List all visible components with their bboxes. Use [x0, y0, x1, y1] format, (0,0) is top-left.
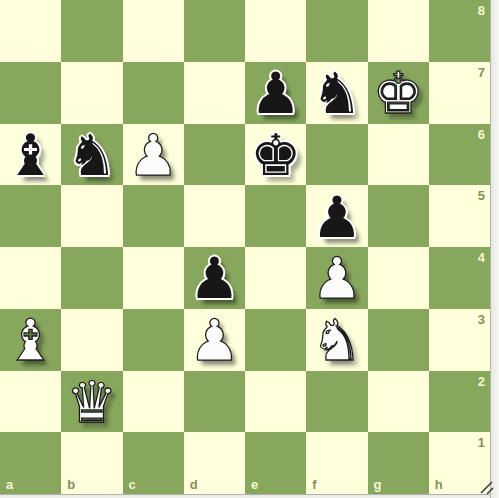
square-h3[interactable]: 3	[429, 309, 490, 371]
chess-app-window: 8♟♞♚7♝♞♟♚6♟5♟♟4♝♟♞3♛2abcdefg1h	[0, 0, 499, 498]
square-e7[interactable]: ♟	[245, 62, 306, 124]
piece-black-pawn[interactable]: ♟	[189, 250, 240, 307]
square-h5[interactable]: 5	[429, 185, 490, 247]
piece-white-pawn[interactable]: ♟	[311, 250, 362, 307]
square-g8[interactable]	[368, 0, 429, 62]
square-f5[interactable]: ♟	[306, 185, 367, 247]
square-d7[interactable]	[184, 62, 245, 124]
square-e8[interactable]	[245, 0, 306, 62]
window-edge-bottom	[0, 494, 490, 498]
square-b7[interactable]	[61, 62, 122, 124]
square-a7[interactable]	[0, 62, 61, 124]
square-c7[interactable]	[123, 62, 184, 124]
window-edge-right	[490, 0, 499, 498]
file-label-h: h	[435, 478, 443, 491]
piece-white-bishop[interactable]: ♝	[5, 312, 56, 369]
square-g1[interactable]: g	[368, 432, 429, 494]
square-c6[interactable]: ♟	[123, 124, 184, 186]
square-f8[interactable]	[306, 0, 367, 62]
piece-black-pawn[interactable]: ♟	[311, 189, 362, 246]
square-g5[interactable]	[368, 185, 429, 247]
square-e3[interactable]	[245, 309, 306, 371]
file-label-c: c	[129, 478, 136, 491]
piece-black-king[interactable]: ♚	[250, 127, 301, 184]
square-d3[interactable]: ♟	[184, 309, 245, 371]
piece-black-bishop[interactable]: ♝	[5, 127, 56, 184]
square-g3[interactable]	[368, 309, 429, 371]
square-e4[interactable]	[245, 247, 306, 309]
square-a3[interactable]: ♝	[0, 309, 61, 371]
square-b4[interactable]	[61, 247, 122, 309]
file-label-d: d	[190, 478, 198, 491]
square-f2[interactable]	[306, 371, 367, 433]
square-b2[interactable]: ♛	[61, 371, 122, 433]
square-a5[interactable]	[0, 185, 61, 247]
square-d5[interactable]	[184, 185, 245, 247]
square-f1[interactable]: f	[306, 432, 367, 494]
square-a1[interactable]: a	[0, 432, 61, 494]
chess-board: 8♟♞♚7♝♞♟♚6♟5♟♟4♝♟♞3♛2abcdefg1h	[0, 0, 490, 494]
rank-label-2: 2	[478, 375, 485, 388]
square-f6[interactable]	[306, 124, 367, 186]
square-f3[interactable]: ♞	[306, 309, 367, 371]
square-a4[interactable]	[0, 247, 61, 309]
piece-black-knight[interactable]: ♞	[66, 127, 117, 184]
piece-white-pawn[interactable]: ♟	[128, 127, 179, 184]
square-d4[interactable]: ♟	[184, 247, 245, 309]
square-h6[interactable]: 6	[429, 124, 490, 186]
square-f7[interactable]: ♞	[306, 62, 367, 124]
piece-white-queen[interactable]: ♛	[66, 374, 117, 431]
square-c1[interactable]: c	[123, 432, 184, 494]
rank-label-8: 8	[478, 4, 485, 17]
rank-label-4: 4	[478, 251, 485, 264]
square-c3[interactable]	[123, 309, 184, 371]
piece-white-knight[interactable]: ♞	[311, 312, 362, 369]
file-label-e: e	[251, 478, 258, 491]
rank-label-5: 5	[478, 189, 485, 202]
square-d6[interactable]	[184, 124, 245, 186]
piece-black-pawn[interactable]: ♟	[250, 65, 301, 122]
rank-label-7: 7	[478, 66, 485, 79]
file-label-g: g	[374, 478, 382, 491]
square-b8[interactable]	[61, 0, 122, 62]
file-label-a: a	[6, 478, 13, 491]
square-h2[interactable]: 2	[429, 371, 490, 433]
piece-black-knight[interactable]: ♞	[311, 65, 362, 122]
square-c4[interactable]	[123, 247, 184, 309]
square-a6[interactable]: ♝	[0, 124, 61, 186]
square-e1[interactable]: e	[245, 432, 306, 494]
square-e5[interactable]	[245, 185, 306, 247]
piece-white-pawn[interactable]: ♟	[189, 312, 240, 369]
square-c8[interactable]	[123, 0, 184, 62]
rank-label-6: 6	[478, 128, 485, 141]
square-f4[interactable]: ♟	[306, 247, 367, 309]
square-d8[interactable]	[184, 0, 245, 62]
file-label-f: f	[312, 478, 316, 491]
piece-white-king[interactable]: ♚	[373, 65, 424, 122]
file-label-b: b	[67, 478, 75, 491]
square-b1[interactable]: b	[61, 432, 122, 494]
square-b6[interactable]: ♞	[61, 124, 122, 186]
square-b5[interactable]	[61, 185, 122, 247]
square-e6[interactable]: ♚	[245, 124, 306, 186]
square-g4[interactable]	[368, 247, 429, 309]
square-g2[interactable]	[368, 371, 429, 433]
square-h8[interactable]: 8	[429, 0, 490, 62]
square-d2[interactable]	[184, 371, 245, 433]
rank-label-3: 3	[478, 313, 485, 326]
square-e2[interactable]	[245, 371, 306, 433]
square-c2[interactable]	[123, 371, 184, 433]
square-g6[interactable]	[368, 124, 429, 186]
square-d1[interactable]: d	[184, 432, 245, 494]
square-b3[interactable]	[61, 309, 122, 371]
square-h4[interactable]: 4	[429, 247, 490, 309]
resize-handle-icon[interactable]	[476, 477, 494, 495]
square-g7[interactable]: ♚	[368, 62, 429, 124]
square-a2[interactable]	[0, 371, 61, 433]
square-h7[interactable]: 7	[429, 62, 490, 124]
square-c5[interactable]	[123, 185, 184, 247]
square-a8[interactable]	[0, 0, 61, 62]
rank-label-1: 1	[478, 436, 485, 449]
